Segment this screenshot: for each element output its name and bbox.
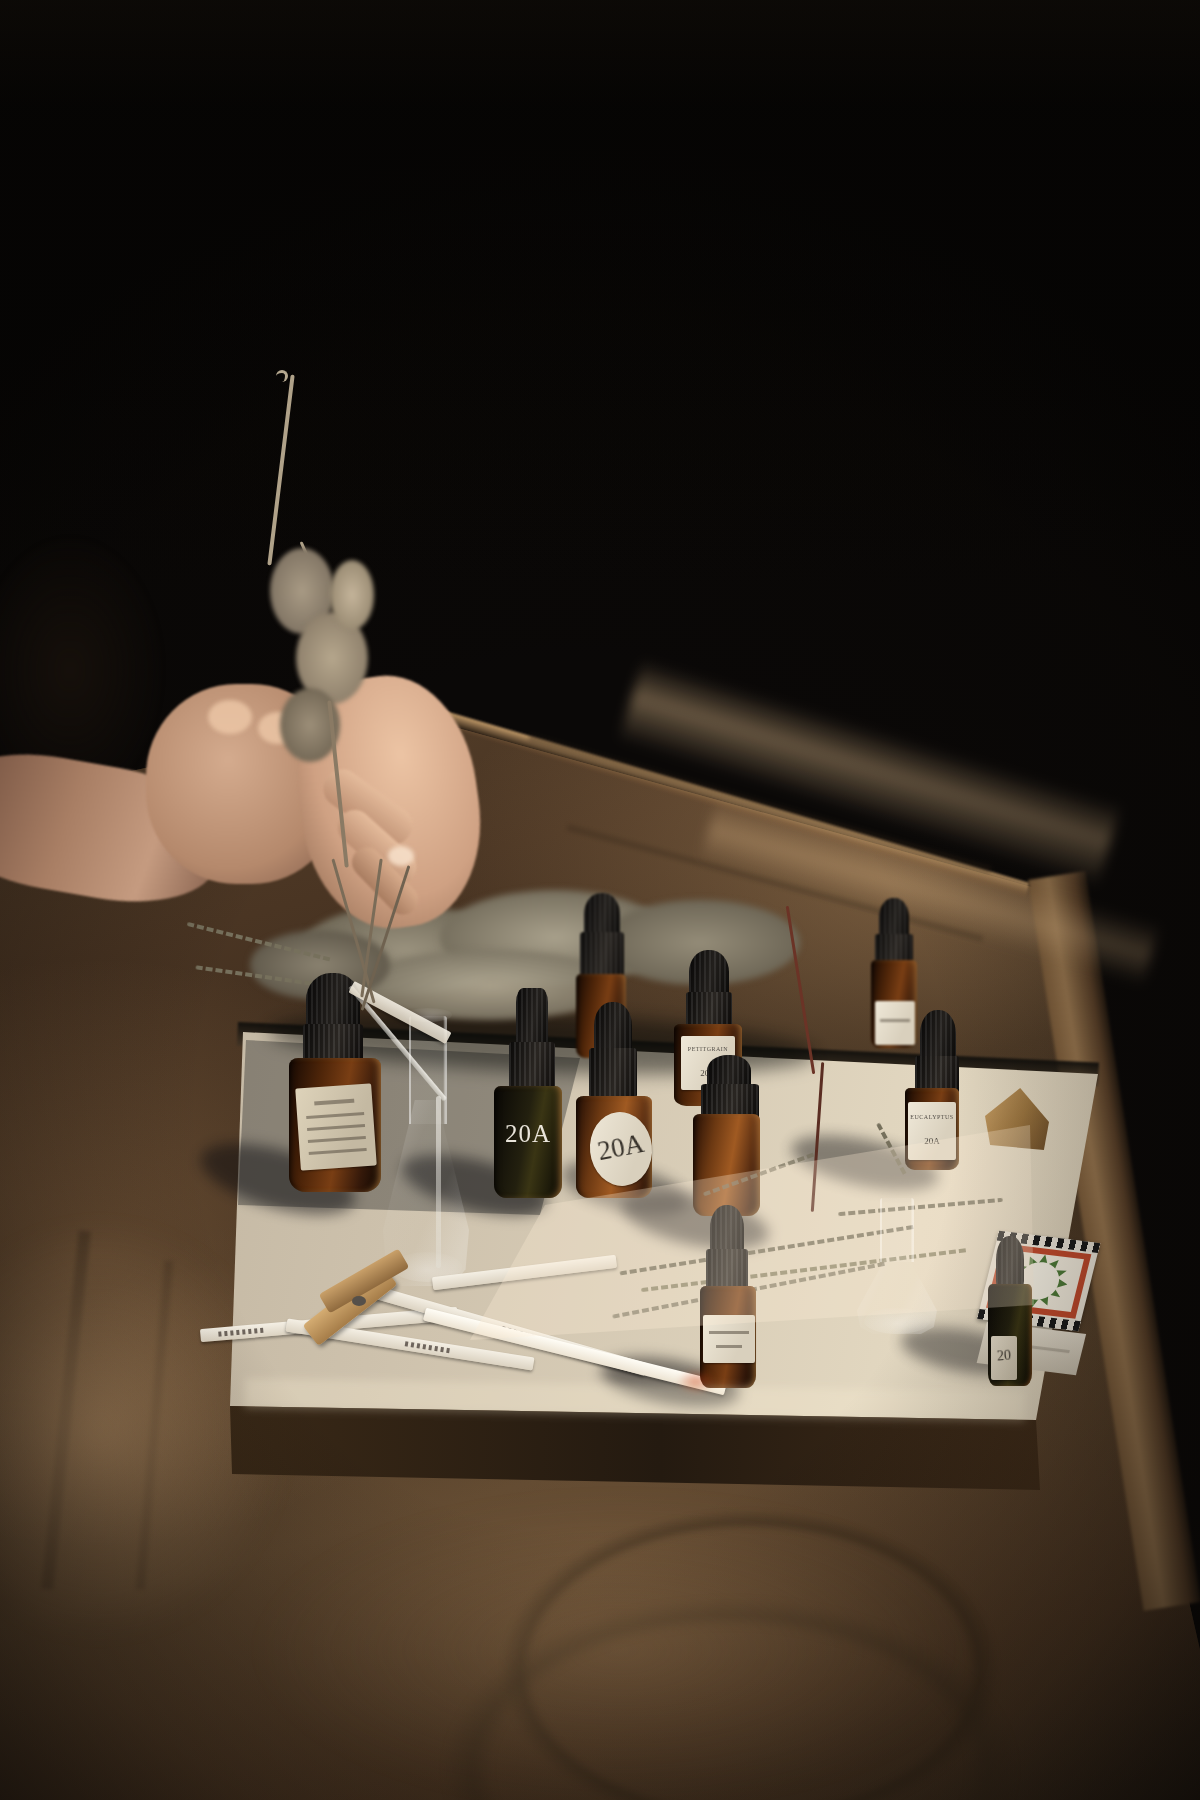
photo-scene: PETITGRAIN 20A 20A bbox=[0, 0, 1200, 1800]
petitgrain-label-line1: PETITGRAIN bbox=[681, 1046, 735, 1052]
glass-pipette bbox=[436, 1096, 441, 1268]
eucalyptus-label-line1: EUCALYPTUS bbox=[908, 1114, 956, 1120]
spray-label-20a: 20A bbox=[497, 1120, 559, 1148]
knuckle bbox=[208, 700, 252, 734]
fingernail bbox=[388, 846, 414, 866]
mini-label-20: 20 bbox=[991, 1347, 1017, 1365]
dropper-label-20a: 20A bbox=[587, 1126, 654, 1168]
